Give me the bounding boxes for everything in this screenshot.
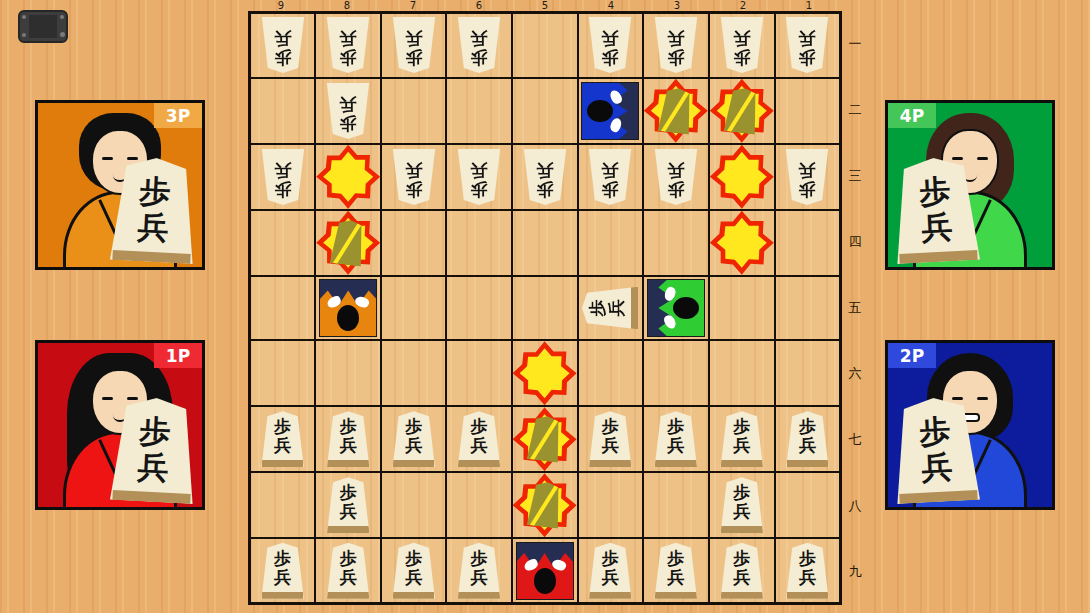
row-label-5: 五: [845, 275, 865, 341]
shogi-board[interactable]: 歩兵歩兵歩兵歩兵歩兵歩兵歩兵歩兵歩兵歩兵歩兵歩兵歩兵歩兵歩兵歩兵歩兵歩兵歩兵歩兵…: [248, 11, 842, 605]
pawn-kanji: 兵: [733, 29, 750, 48]
shogi-pawn-bottom[interactable]: 歩兵: [653, 411, 699, 467]
board-cell-1-1[interactable]: 歩兵: [775, 13, 840, 78]
board-cell-2-3[interactable]: [709, 144, 775, 210]
board-cell-7-2[interactable]: [381, 78, 446, 144]
pawn-kanji: 兵: [274, 568, 291, 587]
column-label-7: 7: [380, 0, 446, 11]
board-cell-5-3[interactable]: 歩兵: [512, 144, 578, 210]
board-cell-6-3[interactable]: 歩兵: [446, 144, 511, 210]
board-cell-6-1[interactable]: 歩兵: [446, 13, 511, 78]
explosion-effect: [710, 145, 774, 209]
board-cell-9-2[interactable]: [250, 78, 315, 144]
shogi-pawn-bottom[interactable]: 歩兵: [260, 543, 306, 599]
pawn-kanji: 歩: [274, 549, 291, 568]
board-cell-2-6[interactable]: [709, 340, 775, 406]
pawn-kanji: 歩: [733, 549, 750, 568]
board-cell-2-9[interactable]: 歩兵: [709, 538, 775, 603]
pawn-kanji: 兵: [799, 29, 816, 48]
pawn-kanji: 兵: [340, 95, 357, 114]
board-cell-5-9[interactable]: [512, 538, 578, 603]
shogi-pawn-bottom[interactable]: 歩兵: [587, 543, 633, 599]
board-cell-9-5[interactable]: [250, 276, 315, 341]
board-cell-3-6[interactable]: [643, 340, 709, 406]
avatar-eye: [354, 294, 371, 309]
pawn-kanji: 兵: [405, 568, 422, 587]
pawn-kanji: 歩: [340, 483, 357, 502]
pawn-kanji: 兵: [340, 568, 357, 587]
board-cell-1-4[interactable]: [775, 210, 840, 276]
board-cell-7-3[interactable]: 歩兵: [381, 144, 446, 210]
board-cell-7-5[interactable]: [381, 276, 446, 341]
pawn-kanji: 歩: [602, 417, 619, 436]
board-cell-3-7[interactable]: 歩兵: [643, 406, 709, 472]
explosion-effect: [644, 79, 708, 143]
shogi-pawn-top[interactable]: 歩兵: [456, 149, 502, 205]
board-cell-2-2[interactable]: [709, 78, 775, 144]
pawn-kanji: 歩: [602, 48, 619, 67]
pawn-kanji: 歩: [602, 180, 619, 199]
board-cell-3-1[interactable]: 歩兵: [643, 13, 709, 78]
board-cell-5-4[interactable]: [512, 210, 578, 276]
board-cell-3-4[interactable]: [643, 210, 709, 276]
pawn-kanji: 兵: [799, 436, 816, 455]
pawn-kanji: 歩: [470, 48, 487, 67]
pawn-kanji: 歩: [667, 48, 684, 67]
pawn-kanji: 歩: [733, 48, 750, 67]
explosion-effect: [316, 145, 380, 209]
player-portrait-4p: 4P 歩 兵: [885, 100, 1055, 270]
board-cell-8-2[interactable]: 歩兵: [315, 78, 381, 144]
column-label-6: 6: [446, 0, 512, 11]
column-label-2: 2: [710, 0, 776, 11]
board-cell-4-8[interactable]: [578, 472, 643, 538]
pawn-kanji: 兵: [733, 436, 750, 455]
pawn-kanji: 歩: [340, 48, 357, 67]
player-portrait-2p: 2P 歩 兵: [885, 340, 1055, 510]
row-label-6: 六: [845, 341, 865, 407]
column-label-5: 5: [512, 0, 578, 11]
explosion-effect: [513, 407, 577, 471]
pawn-kanji: 歩: [340, 114, 357, 133]
board-cell-6-8[interactable]: [446, 472, 511, 538]
shogi-pawn-top[interactable]: 歩兵: [260, 149, 306, 205]
pawn-kanji: 歩: [799, 417, 816, 436]
explosion-effect: [513, 473, 577, 537]
board-cell-5-5[interactable]: [512, 276, 578, 341]
row-label-9: 九: [845, 539, 865, 605]
pawn-kanji: 歩: [667, 549, 684, 568]
pawn-kanji: 歩: [405, 180, 422, 199]
board-cell-2-7[interactable]: 歩兵: [709, 406, 775, 472]
shogi-pawn-bottom[interactable]: 歩兵: [325, 543, 371, 599]
pawn-kanji: 歩: [470, 417, 487, 436]
pawn-kanji: 歩: [405, 549, 422, 568]
shogi-pawn-bottom[interactable]: 歩兵: [719, 477, 765, 533]
board-cell-6-9[interactable]: 歩兵: [446, 538, 511, 603]
pawn-kanji: 歩: [799, 549, 816, 568]
board-cell-4-7[interactable]: 歩兵: [578, 406, 643, 472]
board-cell-3-2[interactable]: [643, 78, 709, 144]
pawn-kanji: 兵: [602, 568, 619, 587]
pawn-kanji: 歩: [274, 48, 291, 67]
board-cell-1-3[interactable]: 歩兵: [775, 144, 840, 210]
pawn-kanji: 歩: [536, 180, 553, 199]
board-cell-9-4[interactable]: [250, 210, 315, 276]
player-avatar-piece-3p[interactable]: [319, 279, 377, 337]
board-cell-7-7[interactable]: 歩兵: [381, 406, 446, 472]
board-cell-5-7[interactable]: [512, 406, 578, 472]
pawn-kanji: 兵: [536, 161, 553, 180]
shogi-pawn-bottom[interactable]: 歩兵: [784, 543, 830, 599]
board-cell-9-8[interactable]: [250, 472, 315, 538]
pawn-kanji: 兵: [602, 436, 619, 455]
pawn-kanji: 兵: [340, 502, 357, 521]
board-cell-4-6[interactable]: [578, 340, 643, 406]
board-cell-4-5[interactable]: 歩兵: [578, 276, 643, 341]
board-cell-4-2[interactable]: [578, 78, 643, 144]
pawn-kanji: 兵: [405, 161, 422, 180]
shogi-pawn-top[interactable]: 歩兵: [325, 17, 371, 73]
shogi-pawn-top[interactable]: 歩兵: [260, 17, 306, 73]
player-badge-4p: 4P: [888, 103, 936, 128]
board-cell-1-9[interactable]: 歩兵: [775, 538, 840, 603]
explosion-effect: [710, 79, 774, 143]
player-badge-1p: 1P: [154, 343, 202, 368]
shogi-pawn-bottom[interactable]: 歩兵: [587, 411, 633, 467]
board-column-labels: 987654321: [248, 0, 842, 11]
player-avatar-piece-1p[interactable]: [516, 542, 574, 600]
row-label-8: 八: [845, 473, 865, 539]
board-cell-4-9[interactable]: 歩兵: [578, 538, 643, 603]
pawn-kanji: 兵: [667, 568, 684, 587]
board-cell-5-8[interactable]: [512, 472, 578, 538]
pawn-kanji: 兵: [274, 161, 291, 180]
avatar-mouth: [673, 297, 699, 319]
board-cell-2-5[interactable]: [709, 276, 775, 341]
shogi-pawn-top[interactable]: 歩兵: [653, 149, 699, 205]
column-label-1: 1: [776, 0, 842, 11]
pawn-kanji: 兵: [470, 436, 487, 455]
board-cell-2-4[interactable]: [709, 210, 775, 276]
row-label-2: 二: [845, 77, 865, 143]
pawn-kanji: 兵: [799, 568, 816, 587]
player-badge-2p: 2P: [888, 343, 936, 368]
pawn-kanji: 兵: [799, 161, 816, 180]
shogi-pawn-top[interactable]: 歩兵: [522, 149, 568, 205]
shogi-pawn-bottom[interactable]: 歩兵: [260, 411, 306, 467]
board-cell-9-9[interactable]: 歩兵: [250, 538, 315, 603]
board-cell-1-7[interactable]: 歩兵: [775, 406, 840, 472]
board-cell-9-6[interactable]: [250, 340, 315, 406]
pawn-kanji: 歩: [470, 180, 487, 199]
shogi-pawn-bottom[interactable]: 歩兵: [325, 411, 371, 467]
board-cell-9-3[interactable]: 歩兵: [250, 144, 315, 210]
wood-table-background: 987654321 一二三四五六七八九 歩兵歩兵歩兵歩兵歩兵歩兵歩兵歩兵歩兵歩兵…: [0, 0, 1090, 613]
row-label-4: 四: [845, 209, 865, 275]
avatar-mouth: [337, 305, 359, 331]
column-label-4: 4: [578, 0, 644, 11]
board-cell-1-5[interactable]: [775, 276, 840, 341]
column-label-9: 9: [248, 0, 314, 11]
avatar-eye: [662, 314, 677, 331]
board-cell-6-6[interactable]: [446, 340, 511, 406]
shogi-pawn-top[interactable]: 歩兵: [719, 17, 765, 73]
shogi-pawn-top[interactable]: 歩兵: [325, 83, 371, 139]
switch-screen: [29, 15, 57, 38]
shogi-pawn-top[interactable]: 歩兵: [456, 17, 502, 73]
board-cell-7-9[interactable]: 歩兵: [381, 538, 446, 603]
pawn-kanji: 歩: [602, 549, 619, 568]
pawn-kanji: 歩: [405, 48, 422, 67]
shogi-pawn-bottom[interactable]: 歩兵: [653, 543, 699, 599]
board-cell-3-3[interactable]: 歩兵: [643, 144, 709, 210]
board-cell-1-2[interactable]: [775, 78, 840, 144]
player-avatar-piece-2p[interactable]: [581, 82, 639, 140]
board-cell-5-2[interactable]: [512, 78, 578, 144]
board-cell-6-5[interactable]: [446, 276, 511, 341]
avatar-mouth: [587, 100, 613, 122]
pawn-kanji: 歩: [667, 180, 684, 199]
pawn-kanji: 歩: [340, 549, 357, 568]
board-cell-8-6[interactable]: [315, 340, 381, 406]
pawn-kanji: 兵: [470, 29, 487, 48]
player-badge-3p: 3P: [154, 103, 202, 128]
pawn-kanji: 兵: [602, 29, 619, 48]
shogi-pawn-top[interactable]: 歩兵: [784, 17, 830, 73]
board-cell-1-8[interactable]: [775, 472, 840, 538]
player-portrait-1p: 1P 歩 兵: [35, 340, 205, 510]
pawn-kanji: 兵: [470, 161, 487, 180]
board-row-labels: 一二三四五六七八九: [845, 11, 865, 605]
pawn-kanji: 兵: [602, 161, 619, 180]
shogi-pawn-bottom[interactable]: 歩兵: [719, 543, 765, 599]
shogi-pawn-bottom[interactable]: 歩兵: [784, 411, 830, 467]
shogi-pawn-top[interactable]: 歩兵: [587, 149, 633, 205]
board-cell-2-1[interactable]: 歩兵: [709, 13, 775, 78]
pawn-kanji: 歩: [667, 417, 684, 436]
pawn-kanji: 歩: [588, 299, 607, 316]
board-cell-8-4[interactable]: [315, 210, 381, 276]
board-cell-8-8[interactable]: 歩兵: [315, 472, 381, 538]
board-cell-3-5[interactable]: [643, 276, 709, 341]
pawn-kanji: 歩: [799, 48, 816, 67]
board-cell-9-7[interactable]: 歩兵: [250, 406, 315, 472]
shogi-pawn-top[interactable]: 歩兵: [784, 149, 830, 205]
pawn-kanji: 歩: [799, 180, 816, 199]
explosion-effect: [513, 341, 577, 405]
board-cell-8-3[interactable]: [315, 144, 381, 210]
board-cell-9-1[interactable]: 歩兵: [250, 13, 315, 78]
pawn-kanji: 兵: [405, 436, 422, 455]
board-cell-4-4[interactable]: [578, 210, 643, 276]
explosion-effect: [316, 211, 380, 275]
board-cell-8-1[interactable]: 歩兵: [315, 13, 381, 78]
row-label-7: 七: [845, 407, 865, 473]
pawn-kanji: 兵: [340, 29, 357, 48]
board-cell-5-6[interactable]: [512, 340, 578, 406]
shogi-pawn-bottom[interactable]: 歩兵: [391, 543, 437, 599]
shogi-pawn-right[interactable]: 歩兵: [582, 285, 638, 331]
board-cell-8-7[interactable]: 歩兵: [315, 406, 381, 472]
pawn-kanji: 兵: [733, 568, 750, 587]
pawn-kanji: 歩: [274, 417, 291, 436]
pawn-kanji: 歩: [470, 549, 487, 568]
shogi-pawn-top[interactable]: 歩兵: [391, 17, 437, 73]
pawn-kanji: 兵: [340, 436, 357, 455]
board-cell-7-4[interactable]: [381, 210, 446, 276]
player-portrait-3p: 3P 歩 兵: [35, 100, 205, 270]
explosion-effect: [710, 211, 774, 275]
shogi-pawn-bottom[interactable]: 歩兵: [391, 411, 437, 467]
pawn-kanji: 兵: [667, 161, 684, 180]
shogi-pawn-bottom[interactable]: 歩兵: [456, 411, 502, 467]
board-cell-6-2[interactable]: [446, 78, 511, 144]
row-label-3: 三: [845, 143, 865, 209]
pawn-kanji: 兵: [733, 502, 750, 521]
column-label-3: 3: [644, 0, 710, 11]
player-avatar-piece-4p[interactable]: [647, 279, 705, 337]
board-cell-3-8[interactable]: [643, 472, 709, 538]
pawn-kanji: 歩: [340, 417, 357, 436]
board-cell-4-3[interactable]: 歩兵: [578, 144, 643, 210]
shogi-pawn-top[interactable]: 歩兵: [391, 149, 437, 205]
column-label-8: 8: [314, 0, 380, 11]
pawn-kanji: 歩: [274, 180, 291, 199]
shogi-pawn-bottom[interactable]: 歩兵: [719, 411, 765, 467]
shogi-pawn-bottom[interactable]: 歩兵: [325, 477, 371, 533]
shogi-pawn-top[interactable]: 歩兵: [587, 17, 633, 73]
board-cell-7-8[interactable]: [381, 472, 446, 538]
board-cell-4-1[interactable]: 歩兵: [578, 13, 643, 78]
pawn-kanji: 兵: [470, 568, 487, 587]
pawn-kanji: 兵: [607, 299, 626, 316]
board-cell-6-7[interactable]: 歩兵: [446, 406, 511, 472]
board-cell-6-4[interactable]: [446, 210, 511, 276]
board-cell-8-5[interactable]: [315, 276, 381, 341]
nintendo-switch-icon: [18, 10, 68, 43]
row-label-1: 一: [845, 11, 865, 77]
shogi-pawn-bottom[interactable]: 歩兵: [456, 543, 502, 599]
board-cell-7-6[interactable]: [381, 340, 446, 406]
pawn-kanji: 兵: [405, 29, 422, 48]
pawn-kanji: 歩: [733, 417, 750, 436]
avatar-mouth: [534, 568, 556, 594]
board-cell-2-8[interactable]: 歩兵: [709, 472, 775, 538]
board-cell-7-1[interactable]: 歩兵: [381, 13, 446, 78]
pawn-kanji: 兵: [667, 29, 684, 48]
pawn-kanji: 兵: [274, 29, 291, 48]
pawn-kanji: 兵: [667, 436, 684, 455]
pawn-kanji: 兵: [274, 436, 291, 455]
board-cell-1-6[interactable]: [775, 340, 840, 406]
board-cell-3-9[interactable]: 歩兵: [643, 538, 709, 603]
pawn-kanji: 歩: [405, 417, 422, 436]
pawn-kanji: 歩: [733, 483, 750, 502]
shogi-pawn-top[interactable]: 歩兵: [653, 17, 699, 73]
board-cell-8-9[interactable]: 歩兵: [315, 538, 381, 603]
board-cell-5-1[interactable]: [512, 13, 578, 78]
